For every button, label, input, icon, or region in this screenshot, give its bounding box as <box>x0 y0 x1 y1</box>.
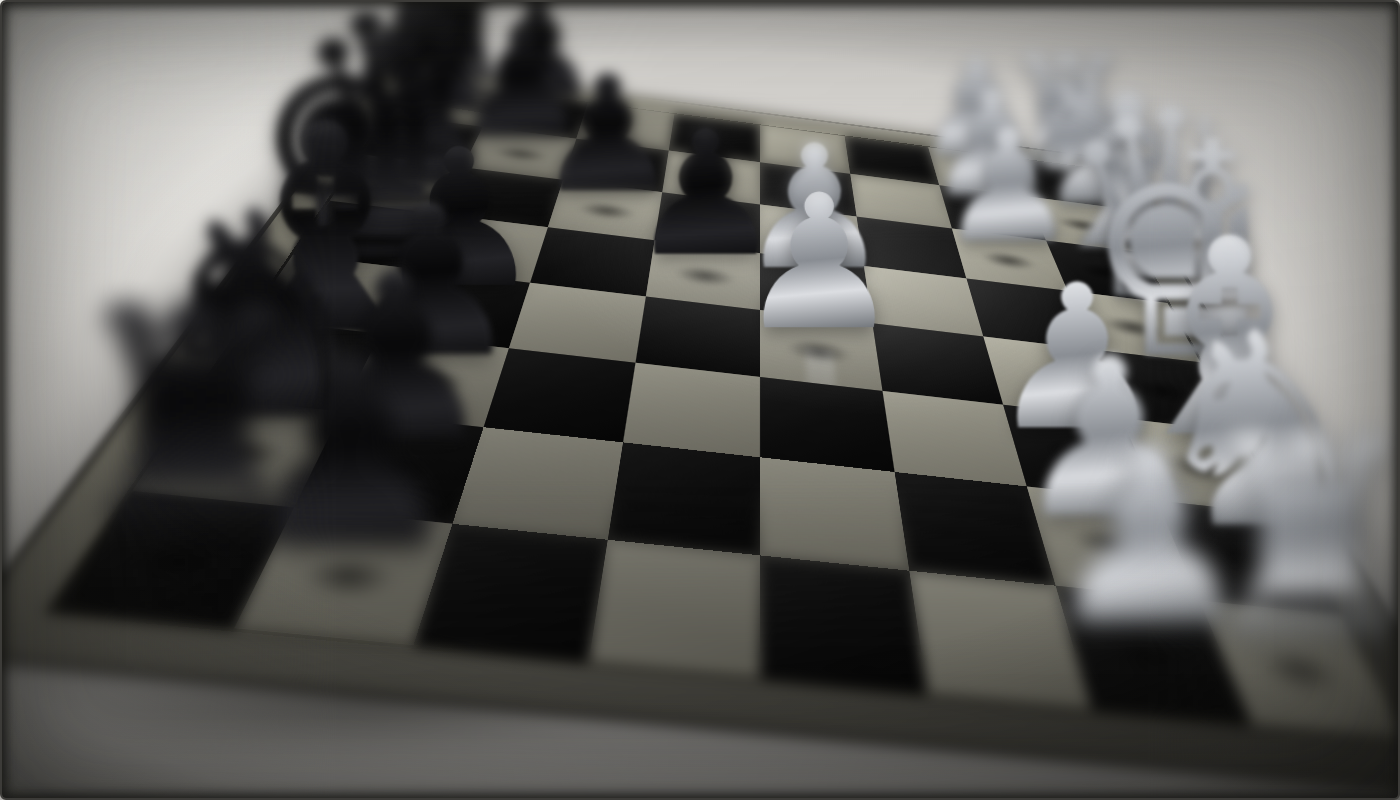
chess-board-3d: ♜♟♟♜♞♟♟♞♝♟♟♝♛♟♟♛♚♟♟♚♝♟♟♝♞♟♟♞♜♟♟♜ <box>0 65 1400 794</box>
chess-photo: ♜♟♟♜♞♟♟♞♝♟♟♝♛♟♟♛♚♟♟♚♝♟♟♝♞♟♟♞♜♟♟♜ <box>0 0 1400 800</box>
board-frame: ♜♟♟♜♞♟♟♞♝♟♟♝♛♟♟♛♚♟♟♚♝♟♟♝♞♟♟♞♜♟♟♜ <box>0 65 1400 794</box>
square-f5[interactable] <box>623 363 760 458</box>
board-scene: ♜♟♟♜♞♟♟♞♝♟♟♝♛♟♟♛♚♟♟♚♝♟♟♝♞♟♟♞♜♟♟♜ <box>0 0 1400 800</box>
square-h4[interactable] <box>760 555 928 693</box>
black-pawn-c6[interactable]: ♟ <box>533 61 682 209</box>
square-g4[interactable] <box>760 457 909 570</box>
black-rook-h8[interactable]: ♜ <box>59 282 302 556</box>
board-grid: ♜♟♟♜♞♟♟♞♝♟♟♝♛♟♟♛♚♟♟♚♝♟♟♝♞♟♟♞♜♟♟♜ <box>51 80 1400 739</box>
piece-contact-shadow <box>953 199 1032 229</box>
white-pawn-b2[interactable]: ♟ <box>923 78 1059 212</box>
white-pawn-c2[interactable]: ♟ <box>935 115 1081 259</box>
white-pawn-a2[interactable]: ♟ <box>913 45 1040 171</box>
square-g5[interactable] <box>608 442 760 555</box>
square-f4[interactable] <box>760 377 895 472</box>
square-a2[interactable]: ♟ <box>928 147 1027 196</box>
square-a6[interactable] <box>576 103 674 151</box>
square-h5[interactable] <box>589 540 760 678</box>
square-c6[interactable]: ♟ <box>548 180 662 241</box>
square-b6[interactable] <box>563 139 669 192</box>
white-pawn-h2[interactable]: ♟ <box>1035 426 1263 652</box>
piece-contact-shadow <box>563 195 649 228</box>
piece-contact-shadow <box>941 159 1014 186</box>
white-pawn-e4[interactable]: ♟ <box>732 178 905 349</box>
square-b2[interactable]: ♟ <box>939 185 1046 240</box>
